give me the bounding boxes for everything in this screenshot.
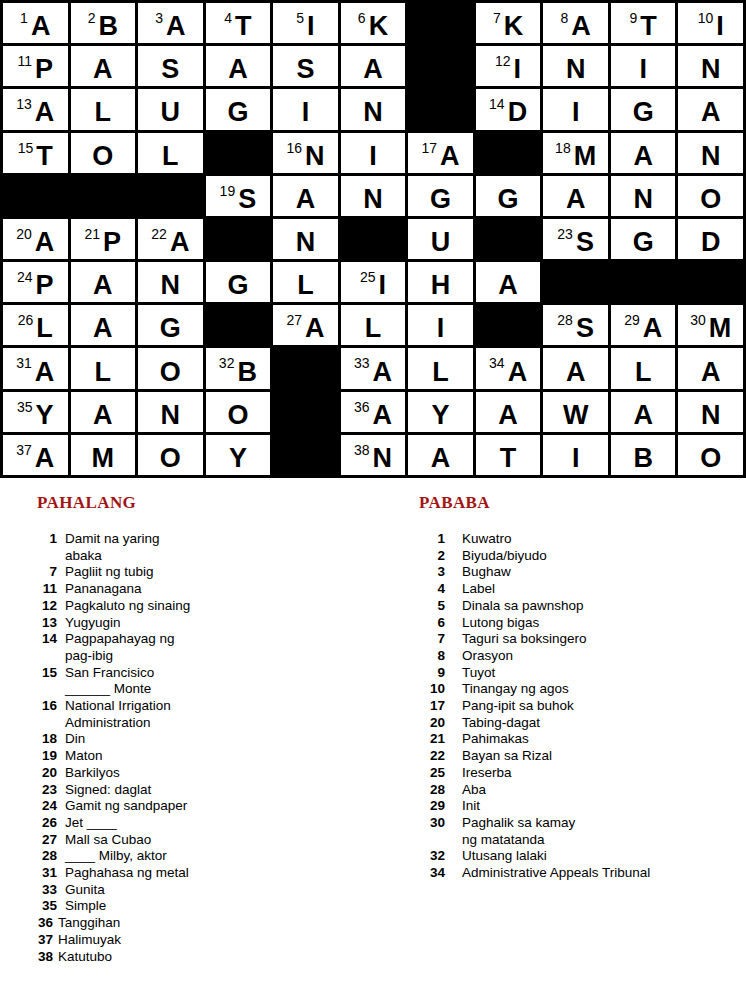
clue-text: Jet ____	[65, 815, 117, 832]
grid-cell-r4c2: O	[71, 133, 136, 173]
down-clue-7: 7Taguri sa boksingero	[419, 631, 746, 648]
cell-number: 5	[296, 11, 304, 25]
grid-cell-r7c3: N	[138, 262, 203, 302]
cell-number: 37	[16, 443, 32, 457]
cell-letter: A	[305, 315, 325, 342]
grid-cell-r9c4: 32B	[206, 348, 271, 388]
cell-number: 13	[16, 97, 32, 111]
cell-letter: A	[35, 445, 55, 472]
grid-cell-r11c6: 38N	[341, 435, 406, 475]
grid-cell-r11c4: Y	[206, 435, 271, 475]
grid-cell-r9c8: 34A	[476, 348, 541, 388]
cell-letter: G	[430, 186, 451, 213]
across-clue-20: 20Barkilyos	[37, 765, 382, 782]
grid-cell-r6c7: U	[408, 219, 473, 259]
grid-cell-r3c4: G	[206, 89, 271, 129]
across-clue-33: 33Gunita	[37, 882, 382, 899]
clue-number: 1	[419, 531, 445, 548]
grid-cell-r3c8: 14D	[476, 89, 541, 129]
clue-number: 12	[37, 598, 57, 615]
down-clues-section: PABABA 1Kuwatro2Biyuda/biyudo3Bughaw4Lab…	[419, 494, 746, 882]
grid-cell-r6c9: 23S	[543, 219, 608, 259]
cell-letter: A	[498, 402, 518, 429]
clue-text: Damit na yaring abaka	[65, 531, 160, 564]
grid-cell-r2c8: 12I	[476, 46, 541, 86]
black-cell	[678, 262, 743, 302]
down-clue-8: 8Orasyon	[419, 648, 746, 665]
cell-letter: N	[566, 56, 586, 83]
cell-number: 24	[17, 270, 33, 284]
grid-cell-r1c9: 8A	[543, 3, 608, 43]
grid-cell-r7c6: 25I	[341, 262, 406, 302]
clue-number: 27	[37, 832, 57, 849]
clue-text: Pahimakas	[462, 731, 529, 748]
cell-number: 15	[18, 141, 34, 155]
across-clue-36: 36Tanggihan	[37, 915, 382, 932]
cell-letter: K	[504, 13, 524, 40]
cell-letter: I	[514, 56, 522, 83]
cell-letter: N	[363, 186, 383, 213]
clue-text: Tinangay ng agos	[462, 681, 569, 698]
cell-letter: W	[563, 402, 588, 429]
cell-number: 1	[20, 11, 28, 25]
cell-letter: T	[640, 13, 657, 40]
cell-letter: G	[227, 272, 248, 299]
cell-number: 11	[17, 54, 32, 68]
crossword-grid: 1A2B3A4T5I6K7K8A9T10I11PASASA12ININ13ALU…	[0, 0, 746, 478]
clue-text: Paghalik sa kamay ng matatanda	[462, 815, 575, 848]
cell-letter: L	[95, 99, 112, 126]
clue-text: Label	[462, 581, 495, 598]
clue-text: Pang-ipit sa buhok	[462, 698, 574, 715]
clue-text: Taguri sa boksingero	[462, 631, 587, 648]
cell-letter: S	[161, 56, 179, 83]
clue-text: Bayan sa Rizal	[462, 748, 552, 765]
cell-letter: S	[296, 56, 314, 83]
down-clue-20: 20Tabing-dagat	[419, 715, 746, 732]
grid-cell-r4c3: L	[138, 133, 203, 173]
cell-number: 21	[85, 227, 101, 241]
black-cell	[273, 435, 338, 475]
grid-cell-r6c5: N	[273, 219, 338, 259]
cell-letter: D	[508, 99, 528, 126]
cell-letter: A	[170, 229, 190, 256]
cell-letter: S	[238, 186, 256, 213]
clue-text: Tabing-dagat	[462, 715, 540, 732]
cell-number: 14	[489, 97, 505, 111]
across-clue-38: 38Katutubo	[37, 949, 382, 966]
cell-number: 12	[495, 54, 511, 68]
clue-text: Din	[65, 731, 85, 748]
cell-letter: G	[633, 99, 654, 126]
clue-text: Pagliit ng tubig	[65, 564, 154, 581]
clue-text: Katutubo	[58, 949, 112, 966]
down-clue-4: 4Label	[419, 581, 746, 598]
grid-cell-r8c7: I	[408, 305, 473, 345]
cell-letter: A	[498, 272, 518, 299]
grid-cell-r4c11: N	[678, 133, 743, 173]
clue-number: 26	[37, 815, 57, 832]
cell-number: 17	[422, 141, 438, 155]
cell-letter: D	[701, 229, 721, 256]
across-clue-18: 18Din	[37, 731, 382, 748]
grid-cell-r4c1: 15T	[3, 133, 68, 173]
clue-text: Maton	[65, 748, 103, 765]
cell-letter: O	[700, 186, 721, 213]
clue-number: 11	[37, 581, 57, 598]
clue-number: 28	[419, 782, 445, 799]
across-clue-11: 11Pananagana	[37, 581, 382, 598]
cell-letter: A	[701, 359, 721, 386]
clue-text: Tanggihan	[58, 915, 120, 932]
cell-letter: U	[431, 229, 451, 256]
across-clue-14: 14Pagpapahayag ng pag-ibig	[37, 631, 382, 664]
clue-number: 15	[37, 665, 57, 698]
cell-letter: N	[373, 445, 393, 472]
cell-letter: I	[639, 56, 647, 83]
clue-number: 30	[419, 815, 445, 848]
grid-cell-r3c2: L	[71, 89, 136, 129]
cell-letter: M	[709, 315, 732, 342]
grid-cell-r4c5: 16N	[273, 133, 338, 173]
grid-cell-r6c10: G	[611, 219, 676, 259]
clue-number: 7	[37, 564, 57, 581]
down-clue-2: 2Biyuda/biyudo	[419, 548, 746, 565]
cell-letter: N	[701, 143, 721, 170]
across-clue-26: 26Jet ____	[37, 815, 382, 832]
grid-cell-r4c6: I	[341, 133, 406, 173]
across-clue-16: 16National Irrigation Administration	[37, 698, 382, 731]
grid-cell-r3c5: I	[273, 89, 338, 129]
grid-cell-r8c11: 30M	[678, 305, 743, 345]
cell-letter: B	[633, 445, 653, 472]
grid-cell-r5c9: A	[543, 176, 608, 216]
cell-letter: O	[160, 445, 181, 472]
cell-number: 27	[286, 313, 302, 327]
cell-letter: P	[35, 56, 53, 83]
clue-number: 20	[419, 715, 445, 732]
grid-cell-r10c7: Y	[408, 392, 473, 432]
clue-text: ____ Milby, aktor	[65, 848, 167, 865]
black-cell	[71, 176, 136, 216]
grid-cell-r6c11: D	[678, 219, 743, 259]
clue-number: 24	[37, 798, 57, 815]
clue-text: Pananagana	[65, 581, 142, 598]
clue-text: Halimuyak	[58, 932, 121, 949]
black-cell	[206, 219, 271, 259]
cell-letter: A	[643, 315, 663, 342]
clue-number: 10	[419, 681, 445, 698]
cell-number: 7	[493, 11, 501, 25]
black-cell	[408, 46, 473, 86]
across-clue-7: 7Pagliit ng tubig	[37, 564, 382, 581]
cell-letter: I	[307, 13, 315, 40]
grid-cell-r10c2: A	[71, 392, 136, 432]
cell-letter: A	[35, 359, 55, 386]
black-cell	[138, 176, 203, 216]
grid-cell-r9c6: 33A	[341, 348, 406, 388]
cell-letter: M	[574, 143, 597, 170]
clue-text: Barkilyos	[65, 765, 120, 782]
cell-number: 33	[354, 356, 370, 370]
cell-letter: A	[373, 359, 393, 386]
clue-text: Init	[462, 798, 480, 815]
clue-text: Pagkaluto ng sinaing	[65, 598, 190, 615]
cell-letter: Y	[229, 445, 247, 472]
cell-letter: A	[633, 402, 653, 429]
cell-letter: I	[572, 445, 580, 472]
clue-number: 14	[37, 631, 57, 664]
clue-text: Aba	[462, 782, 486, 799]
down-clue-25: 25Ireserba	[419, 765, 746, 782]
cell-letter: N	[296, 229, 316, 256]
grid-cell-r2c6: A	[341, 46, 406, 86]
clue-number: 21	[419, 731, 445, 748]
clue-number: 18	[37, 731, 57, 748]
across-clue-13: 13Yugyugin	[37, 615, 382, 632]
grid-cell-r11c3: O	[138, 435, 203, 475]
cell-letter: P	[103, 229, 121, 256]
cell-number: 23	[557, 227, 573, 241]
cell-letter: H	[431, 272, 451, 299]
grid-cell-r6c3: 22A	[138, 219, 203, 259]
clue-text: Mall sa Cubao	[65, 832, 151, 849]
clue-number: 28	[37, 848, 57, 865]
grid-cell-r9c9: A	[543, 348, 608, 388]
cell-number: 34	[489, 356, 505, 370]
cell-number: 30	[690, 313, 706, 327]
grid-cell-r3c11: A	[678, 89, 743, 129]
cell-letter: A	[93, 56, 113, 83]
clue-text: Pagpapahayag ng pag-ibig	[65, 631, 175, 664]
grid-cell-r10c1: 35Y	[3, 392, 68, 432]
cell-letter: A	[93, 272, 113, 299]
cell-number: 20	[16, 227, 32, 241]
cell-letter: T	[36, 143, 53, 170]
clue-number: 37	[37, 932, 53, 949]
clue-text: Simple	[65, 898, 106, 915]
clue-number: 29	[419, 798, 445, 815]
grid-cell-r8c2: A	[71, 305, 136, 345]
down-clue-29: 29Init	[419, 798, 746, 815]
grid-cell-r2c9: N	[543, 46, 608, 86]
black-cell	[273, 348, 338, 388]
grid-cell-r1c5: 5I	[273, 3, 338, 43]
clue-number: 6	[419, 615, 445, 632]
clue-number: 31	[37, 865, 57, 882]
cell-letter: L	[95, 359, 112, 386]
clue-text: Lutong bigas	[462, 615, 539, 632]
grid-cell-r2c10: I	[611, 46, 676, 86]
grid-cell-r11c7: A	[408, 435, 473, 475]
clue-text: Tuyot	[462, 665, 495, 682]
cell-letter: L	[635, 359, 652, 386]
down-clue-34: 34Administrative Appeals Tribunal	[419, 865, 746, 882]
grid-cell-r1c10: 9T	[611, 3, 676, 43]
cell-number: 2	[88, 11, 96, 25]
cell-letter: A	[31, 13, 51, 40]
grid-cell-r3c1: 13A	[3, 89, 68, 129]
down-clue-17: 17Pang-ipit sa buhok	[419, 698, 746, 715]
black-cell	[408, 89, 473, 129]
clue-number: 33	[37, 882, 57, 899]
grid-cell-r1c8: 7K	[476, 3, 541, 43]
cell-letter: N	[161, 402, 181, 429]
cell-number: 4	[224, 11, 232, 25]
cell-letter: Y	[432, 402, 450, 429]
cell-letter: N	[305, 143, 325, 170]
across-clue-23: 23Signed: daglat	[37, 782, 382, 799]
down-clue-21: 21Pahimakas	[419, 731, 746, 748]
cell-letter: A	[296, 186, 316, 213]
cell-letter: L	[432, 359, 449, 386]
down-clue-32: 32Utusang lalaki	[419, 848, 746, 865]
cell-letter: Y	[36, 402, 54, 429]
clue-number: 16	[37, 698, 57, 731]
grid-cell-r9c2: L	[71, 348, 136, 388]
grid-cell-r8c10: 29A	[611, 305, 676, 345]
clue-number: 35	[37, 898, 57, 915]
grid-cell-r3c10: G	[611, 89, 676, 129]
grid-cell-r8c3: G	[138, 305, 203, 345]
cell-number: 6	[358, 11, 366, 25]
cell-letter: N	[633, 186, 653, 213]
across-clues-section: PAHALANG 1Damit na yaring abaka7Pagliit …	[37, 494, 382, 965]
across-clue-27: 27Mall sa Cubao	[37, 832, 382, 849]
grid-cell-r1c11: 10I	[678, 3, 743, 43]
cell-letter: N	[701, 56, 721, 83]
black-cell	[611, 262, 676, 302]
grid-cell-r8c6: L	[341, 305, 406, 345]
clue-number: 5	[419, 598, 445, 615]
black-cell	[476, 219, 541, 259]
clue-number: 23	[37, 782, 57, 799]
across-heading: PAHALANG	[37, 494, 382, 512]
clue-number: 4	[419, 581, 445, 598]
cell-number: 36	[354, 400, 370, 414]
cell-letter: B	[237, 359, 257, 386]
down-clue-6: 6Lutong bigas	[419, 615, 746, 632]
black-cell	[476, 133, 541, 173]
down-clue-1: 1Kuwatro	[419, 531, 746, 548]
cell-letter: K	[369, 13, 389, 40]
cell-number: 19	[220, 184, 236, 198]
grid-cell-r3c6: N	[341, 89, 406, 129]
clue-text: Kuwatro	[462, 531, 512, 548]
grid-cell-r9c3: O	[138, 348, 203, 388]
grid-cell-r6c1: 20A	[3, 219, 68, 259]
grid-cell-r3c9: I	[543, 89, 608, 129]
clue-text: Orasyon	[462, 648, 513, 665]
cell-letter: G	[160, 315, 181, 342]
cell-number: 18	[555, 141, 571, 155]
grid-cell-r8c1: 26L	[3, 305, 68, 345]
down-clue-5: 5Dinala sa pawnshop	[419, 598, 746, 615]
across-clue-list: 1Damit na yaring abaka7Pagliit ng tubig1…	[37, 531, 382, 965]
grid-cell-r5c8: G	[476, 176, 541, 216]
clue-text: Biyuda/biyudo	[462, 548, 547, 565]
clue-text: Paghahasa ng metal	[65, 865, 189, 882]
cell-number: 25	[360, 270, 376, 284]
cell-letter: A	[508, 359, 528, 386]
black-cell	[273, 392, 338, 432]
cell-number: 8	[560, 11, 568, 25]
clue-text: Administrative Appeals Tribunal	[462, 865, 650, 882]
grid-cell-r11c10: B	[611, 435, 676, 475]
cell-letter: I	[437, 315, 445, 342]
grid-cell-r1c2: 2B	[71, 3, 136, 43]
cell-number: 22	[151, 227, 167, 241]
clue-text: Gamit ng sandpaper	[65, 798, 187, 815]
grid-cell-r5c5: A	[273, 176, 338, 216]
cell-letter: G	[633, 229, 654, 256]
cell-letter: I	[716, 13, 724, 40]
clue-number: 17	[419, 698, 445, 715]
down-clue-10: 10Tinangay ng agos	[419, 681, 746, 698]
cell-letter: L	[36, 315, 53, 342]
across-clue-19: 19Maton	[37, 748, 382, 765]
across-clue-31: 31Paghahasa ng metal	[37, 865, 382, 882]
grid-cell-r5c7: G	[408, 176, 473, 216]
across-clue-35: 35Simple	[37, 898, 382, 915]
down-clue-3: 3Bughaw	[419, 564, 746, 581]
clue-text: Yugyugin	[65, 615, 121, 632]
cell-letter: O	[92, 143, 113, 170]
grid-cell-r7c7: H	[408, 262, 473, 302]
clue-number: 32	[419, 848, 445, 865]
black-cell	[543, 262, 608, 302]
cell-letter: S	[576, 315, 594, 342]
grid-cell-r5c4: 19S	[206, 176, 271, 216]
grid-cell-r7c5: L	[273, 262, 338, 302]
grid-cell-r2c2: A	[71, 46, 136, 86]
grid-cell-r3c3: U	[138, 89, 203, 129]
clue-text: Dinala sa pawnshop	[462, 598, 584, 615]
across-clue-1: 1Damit na yaring abaka	[37, 531, 382, 564]
cell-letter: A	[93, 402, 113, 429]
across-clue-28: 28____ Milby, aktor	[37, 848, 382, 865]
clue-number: 25	[419, 765, 445, 782]
cell-letter: I	[302, 99, 310, 126]
black-cell	[476, 305, 541, 345]
grid-cell-r8c5: 27A	[273, 305, 338, 345]
grid-cell-r9c1: 31A	[3, 348, 68, 388]
cell-letter: A	[166, 13, 186, 40]
clue-text: San Francisico ______ Monte	[65, 665, 154, 698]
down-clue-22: 22Bayan sa Rizal	[419, 748, 746, 765]
clue-number: 34	[419, 865, 445, 882]
cell-number: 29	[624, 313, 640, 327]
cell-letter: O	[700, 445, 721, 472]
grid-cell-r7c1: 24P	[3, 262, 68, 302]
grid-cell-r5c6: N	[341, 176, 406, 216]
black-cell	[206, 305, 271, 345]
grid-cell-r4c9: 18M	[543, 133, 608, 173]
cell-letter: P	[36, 272, 54, 299]
cell-number: 38	[354, 443, 370, 457]
grid-cell-r10c11: N	[678, 392, 743, 432]
cell-letter: A	[35, 229, 55, 256]
grid-cell-r1c3: 3A	[138, 3, 203, 43]
cell-letter: A	[93, 315, 113, 342]
cell-number: 9	[630, 11, 638, 25]
across-clue-24: 24Gamit ng sandpaper	[37, 798, 382, 815]
grid-cell-r11c11: O	[678, 435, 743, 475]
clue-number: 9	[419, 665, 445, 682]
cell-letter: N	[363, 99, 383, 126]
clue-number: 38	[37, 949, 53, 966]
cell-letter: A	[431, 445, 451, 472]
